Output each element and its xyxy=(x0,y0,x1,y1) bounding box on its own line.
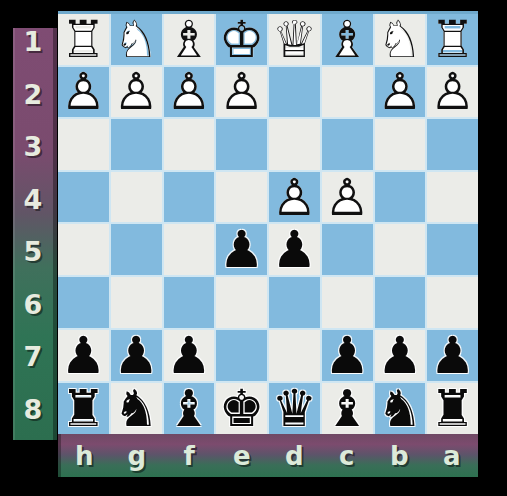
black-pawn-icon: ♟ xyxy=(216,224,267,275)
board-square-d8[interactable]: ♛ xyxy=(269,383,320,434)
white-piece-outline: ♙ xyxy=(58,67,109,118)
board-square-c5[interactable] xyxy=(322,224,373,275)
white-pawn-icon: ♟♙ xyxy=(216,67,267,118)
board-square-c7[interactable]: ♟ xyxy=(322,330,373,381)
rank-label-2: 2 xyxy=(13,67,53,120)
board-square-a5[interactable] xyxy=(427,224,478,275)
rank-label-1: 1 xyxy=(13,14,53,67)
file-coordinate-bar: hgfedcba xyxy=(58,434,478,477)
board-square-b4[interactable] xyxy=(375,172,426,223)
white-piece-outline: ♙ xyxy=(164,67,215,118)
board-square-h7[interactable]: ♟ xyxy=(58,330,109,381)
board-square-e4[interactable] xyxy=(216,172,267,223)
white-piece-outline: ♖ xyxy=(427,14,478,65)
white-pawn-icon: ♟♙ xyxy=(111,67,162,118)
board-square-f1[interactable]: ♝♗ xyxy=(164,14,215,65)
board-square-e8[interactable]: ♚ xyxy=(216,383,267,434)
board-square-d4[interactable]: ♟♙ xyxy=(269,172,320,223)
rank-label-6: 6 xyxy=(13,277,53,330)
file-label-c: c xyxy=(321,434,374,477)
board-square-h4[interactable] xyxy=(58,172,109,223)
white-piece-outline: ♕ xyxy=(269,14,320,65)
white-rook-icon: ♜♖ xyxy=(427,14,478,65)
white-piece-outline: ♗ xyxy=(322,14,373,65)
board-square-e7[interactable] xyxy=(216,330,267,381)
board-square-a2[interactable]: ♟♙ xyxy=(427,67,478,118)
board-square-b7[interactable]: ♟ xyxy=(375,330,426,381)
file-label-g: g xyxy=(111,434,164,477)
white-piece-outline: ♘ xyxy=(375,14,426,65)
file-label-d: d xyxy=(268,434,321,477)
black-queen-icon: ♛ xyxy=(269,383,320,434)
white-piece-outline: ♙ xyxy=(322,172,373,223)
white-piece-outline: ♙ xyxy=(269,172,320,223)
board-square-d6[interactable] xyxy=(269,277,320,328)
white-pawn-icon: ♟♙ xyxy=(164,67,215,118)
white-pawn-icon: ♟♙ xyxy=(375,67,426,118)
board-square-b6[interactable] xyxy=(375,277,426,328)
board-square-h6[interactable] xyxy=(58,277,109,328)
rank-label-8: 8 xyxy=(13,382,53,435)
black-king-icon: ♚ xyxy=(216,383,267,434)
white-bishop-icon: ♝♗ xyxy=(164,14,215,65)
chess-board: ♜♖♞♘♝♗♚♔♛♕♝♗♞♘♜♖♟♙♟♙♟♙♟♙♟♙♟♙♟♙♟♙♟♟♟♟♟♟♟♟… xyxy=(58,11,478,434)
board-square-h3[interactable] xyxy=(58,119,109,170)
white-piece-outline: ♙ xyxy=(216,67,267,118)
board-square-b2[interactable]: ♟♙ xyxy=(375,67,426,118)
board-square-f7[interactable]: ♟ xyxy=(164,330,215,381)
black-rook-icon: ♜ xyxy=(427,383,478,434)
board-square-h8[interactable]: ♜ xyxy=(58,383,109,434)
board-square-f4[interactable] xyxy=(164,172,215,223)
white-pawn-icon: ♟♙ xyxy=(322,172,373,223)
white-king-icon: ♚♔ xyxy=(216,14,267,65)
board-square-e1[interactable]: ♚♔ xyxy=(216,14,267,65)
board-square-a6[interactable] xyxy=(427,277,478,328)
board-square-g7[interactable]: ♟ xyxy=(111,330,162,381)
board-square-h1[interactable]: ♜♖ xyxy=(58,14,109,65)
board-square-d2[interactable] xyxy=(269,67,320,118)
board-square-c8[interactable]: ♝ xyxy=(322,383,373,434)
white-pawn-icon: ♟♙ xyxy=(58,67,109,118)
white-pawn-icon: ♟♙ xyxy=(269,172,320,223)
board-square-a1[interactable]: ♜♖ xyxy=(427,14,478,65)
white-piece-outline: ♗ xyxy=(164,14,215,65)
file-label-e: e xyxy=(216,434,269,477)
board-square-g6[interactable] xyxy=(111,277,162,328)
black-pawn-icon: ♟ xyxy=(269,224,320,275)
board-square-g5[interactable] xyxy=(111,224,162,275)
black-knight-icon: ♞ xyxy=(375,383,426,434)
board-square-f3[interactable] xyxy=(164,119,215,170)
black-knight-icon: ♞ xyxy=(111,383,162,434)
board-square-b3[interactable] xyxy=(375,119,426,170)
black-pawn-icon: ♟ xyxy=(375,330,426,381)
file-label-h: h xyxy=(58,434,111,477)
board-square-a8[interactable]: ♜ xyxy=(427,383,478,434)
board-square-c2[interactable] xyxy=(322,67,373,118)
white-piece-outline: ♔ xyxy=(216,14,267,65)
white-piece-outline: ♘ xyxy=(111,14,162,65)
board-square-d5[interactable]: ♟ xyxy=(269,224,320,275)
board-square-f2[interactable]: ♟♙ xyxy=(164,67,215,118)
black-pawn-icon: ♟ xyxy=(427,330,478,381)
black-pawn-icon: ♟ xyxy=(111,330,162,381)
board-square-a3[interactable] xyxy=(427,119,478,170)
black-bishop-icon: ♝ xyxy=(164,383,215,434)
white-piece-outline: ♙ xyxy=(375,67,426,118)
board-square-c3[interactable] xyxy=(322,119,373,170)
file-label-a: a xyxy=(426,434,479,477)
board-square-g2[interactable]: ♟♙ xyxy=(111,67,162,118)
rank-label-5: 5 xyxy=(13,224,53,277)
board-square-c1[interactable]: ♝♗ xyxy=(322,14,373,65)
board-square-g8[interactable]: ♞ xyxy=(111,383,162,434)
board-square-e6[interactable] xyxy=(216,277,267,328)
white-piece-outline: ♙ xyxy=(111,67,162,118)
board-square-d7[interactable] xyxy=(269,330,320,381)
white-piece-outline: ♖ xyxy=(58,14,109,65)
board-square-f5[interactable] xyxy=(164,224,215,275)
board-square-g1[interactable]: ♞♘ xyxy=(111,14,162,65)
board-square-f8[interactable]: ♝ xyxy=(164,383,215,434)
black-pawn-icon: ♟ xyxy=(58,330,109,381)
white-rook-icon: ♜♖ xyxy=(58,14,109,65)
board-square-c6[interactable] xyxy=(322,277,373,328)
board-square-a4[interactable] xyxy=(427,172,478,223)
board-square-e3[interactable] xyxy=(216,119,267,170)
white-piece-outline: ♙ xyxy=(427,67,478,118)
black-pawn-icon: ♟ xyxy=(322,330,373,381)
white-knight-icon: ♞♘ xyxy=(375,14,426,65)
board-square-c4[interactable]: ♟♙ xyxy=(322,172,373,223)
rank-label-4: 4 xyxy=(13,172,53,225)
file-label-b: b xyxy=(373,434,426,477)
board-square-f6[interactable] xyxy=(164,277,215,328)
board-square-e2[interactable]: ♟♙ xyxy=(216,67,267,118)
board-square-b8[interactable]: ♞ xyxy=(375,383,426,434)
black-rook-icon: ♜ xyxy=(58,383,109,434)
board-square-d3[interactable] xyxy=(269,119,320,170)
board-square-g3[interactable] xyxy=(111,119,162,170)
board-square-e5[interactable]: ♟ xyxy=(216,224,267,275)
board-square-g4[interactable] xyxy=(111,172,162,223)
board-square-h2[interactable]: ♟♙ xyxy=(58,67,109,118)
board-square-h5[interactable] xyxy=(58,224,109,275)
board-square-b1[interactable]: ♞♘ xyxy=(375,14,426,65)
file-label-f: f xyxy=(163,434,216,477)
chess-game-screen: 12345678 ♜♖♞♘♝♗♚♔♛♕♝♗♞♘♜♖♟♙♟♙♟♙♟♙♟♙♟♙♟♙♟… xyxy=(0,0,507,496)
rank-labels: 12345678 xyxy=(13,14,53,434)
board-square-b5[interactable] xyxy=(375,224,426,275)
white-pawn-icon: ♟♙ xyxy=(427,67,478,118)
white-bishop-icon: ♝♗ xyxy=(322,14,373,65)
board-square-d1[interactable]: ♛♕ xyxy=(269,14,320,65)
rank-label-7: 7 xyxy=(13,329,53,382)
board-square-a7[interactable]: ♟ xyxy=(427,330,478,381)
white-queen-icon: ♛♕ xyxy=(269,14,320,65)
black-pawn-icon: ♟ xyxy=(164,330,215,381)
black-bishop-icon: ♝ xyxy=(322,383,373,434)
white-knight-icon: ♞♘ xyxy=(111,14,162,65)
rank-label-3: 3 xyxy=(13,119,53,172)
